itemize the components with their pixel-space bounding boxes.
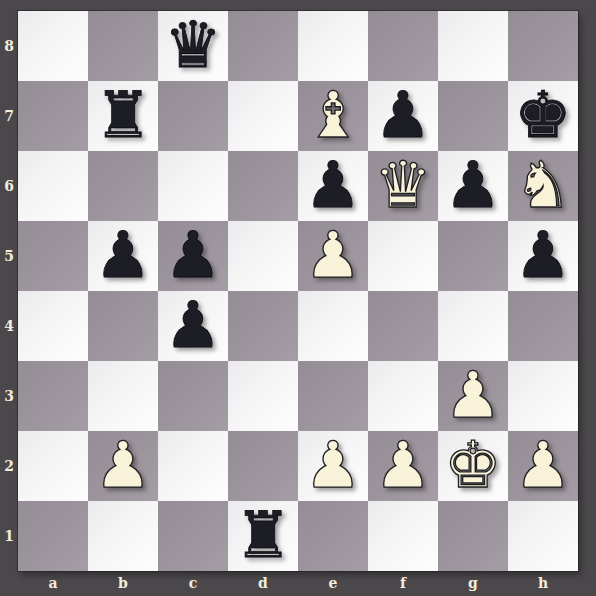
rank-label-5: 5: [0, 221, 18, 291]
piece-black-pawn[interactable]: ♟︎: [514, 220, 571, 290]
square-f7[interactable]: ♟︎: [368, 81, 438, 151]
square-e7[interactable]: ♝︎: [298, 81, 368, 151]
square-h1[interactable]: [508, 501, 578, 571]
square-e4[interactable]: [298, 291, 368, 361]
square-e2[interactable]: ♟︎: [298, 431, 368, 501]
rank-label-7: 7: [0, 81, 18, 151]
piece-black-rook[interactable]: ♜︎: [234, 500, 291, 570]
piece-white-pawn[interactable]: ♟︎: [444, 360, 501, 430]
square-b1[interactable]: [88, 501, 158, 571]
square-g1[interactable]: [438, 501, 508, 571]
square-h2[interactable]: ♟︎: [508, 431, 578, 501]
square-g2[interactable]: ♚︎: [438, 431, 508, 501]
square-g6[interactable]: ♟︎: [438, 151, 508, 221]
square-d5[interactable]: [228, 221, 298, 291]
piece-white-pawn[interactable]: ♟︎: [304, 430, 361, 500]
square-d2[interactable]: [228, 431, 298, 501]
square-h8[interactable]: [508, 11, 578, 81]
square-c3[interactable]: [158, 361, 228, 431]
piece-black-rook[interactable]: ♜︎: [94, 80, 151, 150]
piece-white-pawn[interactable]: ♟︎: [514, 430, 571, 500]
piece-black-pawn[interactable]: ♟︎: [444, 150, 501, 220]
file-label-b: b: [88, 571, 158, 596]
square-g7[interactable]: [438, 81, 508, 151]
square-d6[interactable]: [228, 151, 298, 221]
square-c8[interactable]: ♛︎: [158, 11, 228, 81]
square-f4[interactable]: [368, 291, 438, 361]
square-g5[interactable]: [438, 221, 508, 291]
square-f6[interactable]: ♛︎: [368, 151, 438, 221]
square-c4[interactable]: ♟︎: [158, 291, 228, 361]
piece-white-pawn[interactable]: ♟︎: [374, 430, 431, 500]
file-label-g: g: [438, 571, 508, 596]
square-c1[interactable]: [158, 501, 228, 571]
square-b7[interactable]: ♜︎: [88, 81, 158, 151]
piece-black-pawn[interactable]: ♟︎: [374, 80, 431, 150]
square-d7[interactable]: [228, 81, 298, 151]
piece-black-pawn[interactable]: ♟︎: [304, 150, 361, 220]
chess-board-frame: ♛︎♜︎♝︎♟︎♚︎♟︎♛︎♟︎♞︎♟︎♟︎♟︎♟︎♟︎♟︎♟︎♟︎♟︎♚︎♟︎…: [0, 0, 596, 596]
square-a1[interactable]: [18, 501, 88, 571]
square-c7[interactable]: [158, 81, 228, 151]
square-b5[interactable]: ♟︎: [88, 221, 158, 291]
piece-black-pawn[interactable]: ♟︎: [164, 290, 221, 360]
square-g8[interactable]: [438, 11, 508, 81]
square-a5[interactable]: [18, 221, 88, 291]
square-a6[interactable]: [18, 151, 88, 221]
square-a4[interactable]: [18, 291, 88, 361]
piece-white-knight[interactable]: ♞︎: [514, 150, 571, 220]
square-f3[interactable]: [368, 361, 438, 431]
rank-label-1: 1: [0, 501, 18, 571]
square-e6[interactable]: ♟︎: [298, 151, 368, 221]
square-f2[interactable]: ♟︎: [368, 431, 438, 501]
file-label-e: e: [298, 571, 368, 596]
rank-label-4: 4: [0, 291, 18, 361]
square-h6[interactable]: ♞︎: [508, 151, 578, 221]
square-f5[interactable]: [368, 221, 438, 291]
square-d1[interactable]: ♜︎: [228, 501, 298, 571]
piece-white-pawn[interactable]: ♟︎: [304, 220, 361, 290]
rank-label-2: 2: [0, 431, 18, 501]
square-a7[interactable]: [18, 81, 88, 151]
square-e5[interactable]: ♟︎: [298, 221, 368, 291]
square-h7[interactable]: ♚︎: [508, 81, 578, 151]
file-label-c: c: [158, 571, 228, 596]
square-a8[interactable]: [18, 11, 88, 81]
square-b8[interactable]: [88, 11, 158, 81]
square-h3[interactable]: [508, 361, 578, 431]
piece-white-queen[interactable]: ♛︎: [374, 150, 431, 220]
piece-white-pawn[interactable]: ♟︎: [94, 430, 151, 500]
square-h4[interactable]: [508, 291, 578, 361]
square-b3[interactable]: [88, 361, 158, 431]
file-label-f: f: [368, 571, 438, 596]
rank-label-3: 3: [0, 361, 18, 431]
square-g3[interactable]: ♟︎: [438, 361, 508, 431]
square-f8[interactable]: [368, 11, 438, 81]
square-g4[interactable]: [438, 291, 508, 361]
square-h5[interactable]: ♟︎: [508, 221, 578, 291]
square-a3[interactable]: [18, 361, 88, 431]
square-e1[interactable]: [298, 501, 368, 571]
square-b2[interactable]: ♟︎: [88, 431, 158, 501]
rank-label-8: 8: [0, 11, 18, 81]
file-label-h: h: [508, 571, 578, 596]
rank-label-6: 6: [0, 151, 18, 221]
square-d8[interactable]: [228, 11, 298, 81]
square-c5[interactable]: ♟︎: [158, 221, 228, 291]
piece-black-king[interactable]: ♚︎: [514, 80, 571, 150]
square-f1[interactable]: [368, 501, 438, 571]
square-a2[interactable]: [18, 431, 88, 501]
square-e3[interactable]: [298, 361, 368, 431]
piece-white-bishop[interactable]: ♝︎: [304, 80, 361, 150]
square-d3[interactable]: [228, 361, 298, 431]
piece-white-king[interactable]: ♚︎: [444, 430, 501, 500]
file-label-a: a: [18, 571, 88, 596]
piece-black-pawn[interactable]: ♟︎: [164, 220, 221, 290]
square-e8[interactable]: [298, 11, 368, 81]
square-b4[interactable]: [88, 291, 158, 361]
chess-board: ♛︎♜︎♝︎♟︎♚︎♟︎♛︎♟︎♞︎♟︎♟︎♟︎♟︎♟︎♟︎♟︎♟︎♟︎♚︎♟︎…: [18, 11, 578, 571]
file-label-d: d: [228, 571, 298, 596]
piece-black-queen[interactable]: ♛︎: [164, 10, 221, 80]
square-b6[interactable]: [88, 151, 158, 221]
piece-black-pawn[interactable]: ♟︎: [94, 220, 151, 290]
square-c2[interactable]: [158, 431, 228, 501]
square-c6[interactable]: [158, 151, 228, 221]
square-d4[interactable]: [228, 291, 298, 361]
